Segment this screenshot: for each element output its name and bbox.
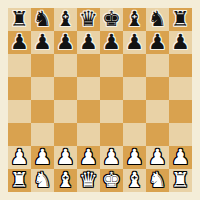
- black-bishop[interactable]: ♝: [125, 8, 144, 31]
- white-rook[interactable]: ♜: [10, 169, 29, 192]
- square-c4[interactable]: [54, 100, 77, 123]
- black-pawn[interactable]: ♟: [125, 31, 144, 54]
- white-pawn[interactable]: ♟: [79, 146, 98, 169]
- white-queen[interactable]: ♛: [79, 169, 98, 192]
- square-e6[interactable]: [100, 54, 123, 77]
- square-d3[interactable]: [77, 123, 100, 146]
- white-bishop[interactable]: ♝: [56, 169, 75, 192]
- square-g6[interactable]: [146, 54, 169, 77]
- square-g1[interactable]: ♞: [146, 169, 169, 192]
- black-bishop[interactable]: ♝: [56, 8, 75, 31]
- square-e7[interactable]: ♟: [100, 31, 123, 54]
- white-knight[interactable]: ♞: [33, 169, 52, 192]
- square-a3[interactable]: [8, 123, 31, 146]
- white-pawn[interactable]: ♟: [33, 146, 52, 169]
- square-c7[interactable]: ♟: [54, 31, 77, 54]
- square-a8[interactable]: ♜: [8, 8, 31, 31]
- square-h3[interactable]: [169, 123, 192, 146]
- square-c1[interactable]: ♝: [54, 169, 77, 192]
- square-g7[interactable]: ♟: [146, 31, 169, 54]
- black-rook[interactable]: ♜: [171, 8, 190, 31]
- square-h4[interactable]: [169, 100, 192, 123]
- square-g4[interactable]: [146, 100, 169, 123]
- square-d2[interactable]: ♟: [77, 146, 100, 169]
- black-pawn[interactable]: ♟: [102, 31, 121, 54]
- square-b1[interactable]: ♞: [31, 169, 54, 192]
- square-f5[interactable]: [123, 77, 146, 100]
- square-f2[interactable]: ♟: [123, 146, 146, 169]
- black-pawn[interactable]: ♟: [10, 31, 29, 54]
- square-d6[interactable]: [77, 54, 100, 77]
- white-rook[interactable]: ♜: [171, 169, 190, 192]
- square-e8[interactable]: ♚: [100, 8, 123, 31]
- square-f1[interactable]: ♝: [123, 169, 146, 192]
- square-b4[interactable]: [31, 100, 54, 123]
- black-rook[interactable]: ♜: [10, 8, 29, 31]
- square-b2[interactable]: ♟: [31, 146, 54, 169]
- black-pawn[interactable]: ♟: [171, 31, 190, 54]
- square-e2[interactable]: ♟: [100, 146, 123, 169]
- square-e5[interactable]: [100, 77, 123, 100]
- white-pawn[interactable]: ♟: [148, 146, 167, 169]
- square-d1[interactable]: ♛: [77, 169, 100, 192]
- square-d4[interactable]: [77, 100, 100, 123]
- black-pawn[interactable]: ♟: [56, 31, 75, 54]
- square-g5[interactable]: [146, 77, 169, 100]
- square-b3[interactable]: [31, 123, 54, 146]
- chess-app-window: ♜♞♝♛♚♝♞♜♟♟♟♟♟♟♟♟♟♟♟♟♟♟♟♟♜♞♝♛♚♝♞♜: [0, 0, 200, 200]
- square-a5[interactable]: [8, 77, 31, 100]
- square-a6[interactable]: [8, 54, 31, 77]
- square-h1[interactable]: ♜: [169, 169, 192, 192]
- square-c5[interactable]: [54, 77, 77, 100]
- square-e4[interactable]: [100, 100, 123, 123]
- square-h8[interactable]: ♜: [169, 8, 192, 31]
- square-e1[interactable]: ♚: [100, 169, 123, 192]
- white-pawn[interactable]: ♟: [171, 146, 190, 169]
- square-a1[interactable]: ♜: [8, 169, 31, 192]
- square-g3[interactable]: [146, 123, 169, 146]
- square-f4[interactable]: [123, 100, 146, 123]
- square-h6[interactable]: [169, 54, 192, 77]
- square-h2[interactable]: ♟: [169, 146, 192, 169]
- square-f3[interactable]: [123, 123, 146, 146]
- black-king[interactable]: ♚: [102, 8, 121, 31]
- square-g8[interactable]: ♞: [146, 8, 169, 31]
- square-d8[interactable]: ♛: [77, 8, 100, 31]
- square-f7[interactable]: ♟: [123, 31, 146, 54]
- square-d5[interactable]: [77, 77, 100, 100]
- black-queen[interactable]: ♛: [79, 8, 98, 31]
- square-b8[interactable]: ♞: [31, 8, 54, 31]
- chess-board: ♜♞♝♛♚♝♞♜♟♟♟♟♟♟♟♟♟♟♟♟♟♟♟♟♜♞♝♛♚♝♞♜: [8, 8, 192, 192]
- square-b6[interactable]: [31, 54, 54, 77]
- black-pawn[interactable]: ♟: [79, 31, 98, 54]
- square-c3[interactable]: [54, 123, 77, 146]
- square-c2[interactable]: ♟: [54, 146, 77, 169]
- black-knight[interactable]: ♞: [33, 8, 52, 31]
- square-b7[interactable]: ♟: [31, 31, 54, 54]
- white-pawn[interactable]: ♟: [10, 146, 29, 169]
- black-pawn[interactable]: ♟: [148, 31, 167, 54]
- square-c8[interactable]: ♝: [54, 8, 77, 31]
- white-pawn[interactable]: ♟: [125, 146, 144, 169]
- white-pawn[interactable]: ♟: [56, 146, 75, 169]
- square-h5[interactable]: [169, 77, 192, 100]
- square-g2[interactable]: ♟: [146, 146, 169, 169]
- square-f6[interactable]: [123, 54, 146, 77]
- square-a7[interactable]: ♟: [8, 31, 31, 54]
- square-c6[interactable]: [54, 54, 77, 77]
- white-king[interactable]: ♚: [102, 169, 121, 192]
- white-bishop[interactable]: ♝: [125, 169, 144, 192]
- square-h7[interactable]: ♟: [169, 31, 192, 54]
- square-f8[interactable]: ♝: [123, 8, 146, 31]
- white-pawn[interactable]: ♟: [102, 146, 121, 169]
- square-b5[interactable]: [31, 77, 54, 100]
- white-knight[interactable]: ♞: [148, 169, 167, 192]
- square-a4[interactable]: [8, 100, 31, 123]
- black-pawn[interactable]: ♟: [33, 31, 52, 54]
- black-knight[interactable]: ♞: [148, 8, 167, 31]
- square-e3[interactable]: [100, 123, 123, 146]
- square-a2[interactable]: ♟: [8, 146, 31, 169]
- square-d7[interactable]: ♟: [77, 31, 100, 54]
